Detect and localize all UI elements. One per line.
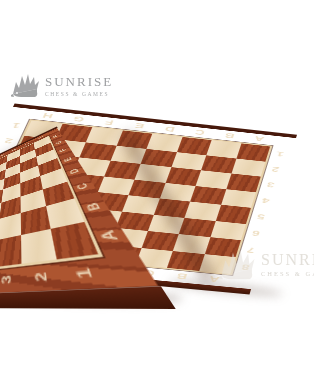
watermark-brand-text: SUNRISE [45, 74, 113, 90]
hedgehog-logo-icon [11, 71, 41, 99]
sunrise-watermark-small: SUNRISE CHESS & GAMES [11, 71, 113, 99]
hedgehog-logo-icon [219, 246, 257, 282]
watermark-brand-text: SUNRISE [261, 251, 314, 269]
watermark-tagline-text: CHESS & GAMES [45, 91, 113, 97]
sunrise-watermark-large: SUNRISE CHESS & GAMES [219, 246, 314, 282]
watermark-tagline-text: CHESS & GAMES [261, 270, 314, 277]
product-photo-scene: HGFEDCBA 12345678 HGFEDCBA 12345678 8765… [0, 0, 314, 369]
board-square [0, 235, 21, 268]
